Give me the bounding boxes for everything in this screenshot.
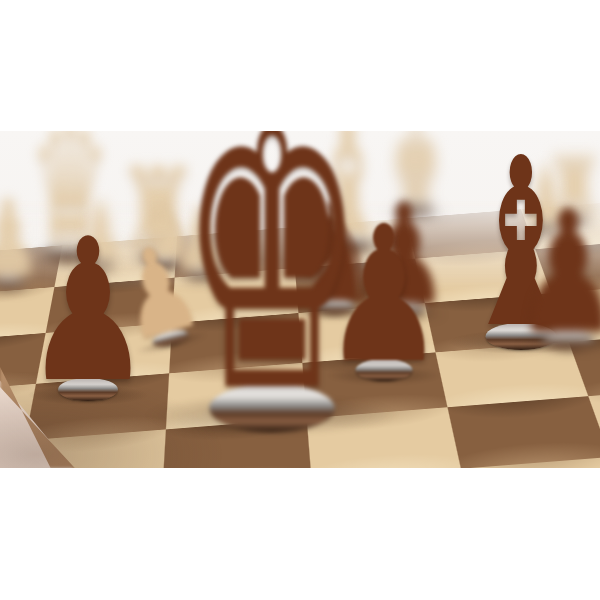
pieces-layer: ♚♜♟♝♛♜♟♞♟♟♟♞♟♝♟♟♟♚ [0,131,600,468]
letterbox-top [0,0,600,131]
photo-canvas: ♚♜♟♝♛♜♟♞♟♟♟♞♟♝♟♟♟♚ [0,0,600,600]
letterbox-bottom [0,468,600,600]
dark-pawn-h4-glyph: ♟ [513,207,600,339]
photo-frame: ♚♜♟♝♛♜♟♞♟♟♟♞♟♝♟♟♟♚ [0,131,600,468]
dark-king-d3-glyph: ♚ [179,131,365,405]
dark-pawn-b3-glyph: ♟ [24,234,151,388]
